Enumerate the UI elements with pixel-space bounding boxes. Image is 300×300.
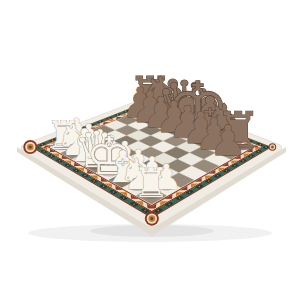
corner-medallion-bottom	[145, 212, 159, 226]
chessboard: ♜♞♝♛♚♝♞♜♟♟♟♟♟♟♟♟♟♟♟♟♟♟♟♟♜♞♝♛♚♝♞♜	[0, 0, 300, 300]
piece-black-pawn[interactable]: ♟	[209, 116, 246, 165]
piece-white-rook[interactable]: ♜	[133, 159, 169, 207]
corner-medallion-right	[269, 143, 277, 151]
piece-glyph: ♟	[209, 116, 246, 165]
corner-medallion-left	[23, 140, 37, 154]
chess-set-photo: White and grey-brown marble chess set ar…	[0, 0, 300, 300]
piece-glyph: ♜	[133, 159, 169, 207]
